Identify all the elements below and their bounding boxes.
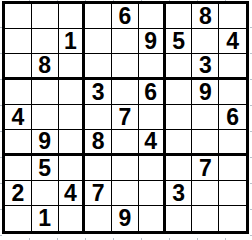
- cell-r2c7[interactable]: 5: [166, 29, 193, 54]
- cell-r9c4[interactable]: [85, 206, 112, 231]
- cell-r7c3[interactable]: [59, 156, 86, 181]
- cell-r3c5[interactable]: [112, 54, 139, 80]
- cell-r4c5[interactable]: [112, 80, 139, 105]
- cell-r4c7[interactable]: [166, 80, 193, 105]
- cell-r1c7[interactable]: [166, 4, 193, 29]
- spreadsheet-canvas: 6819548336947698457247319: [0, 0, 252, 240]
- cell-r5c6[interactable]: [139, 105, 166, 130]
- cell-r2c5[interactable]: [112, 29, 139, 54]
- cell-r9c5[interactable]: 9: [112, 206, 139, 231]
- cell-r1c6[interactable]: [139, 4, 166, 29]
- cell-r7c7[interactable]: [166, 156, 193, 181]
- cell-r9c2[interactable]: 1: [32, 206, 59, 231]
- cell-r9c1[interactable]: [5, 206, 32, 231]
- cell-r9c7[interactable]: [166, 206, 193, 231]
- cell-r8c3[interactable]: 4: [59, 181, 86, 206]
- cell-r2c2[interactable]: [32, 29, 59, 54]
- cell-r4c6[interactable]: 6: [139, 80, 166, 105]
- cell-r9c8[interactable]: [192, 206, 219, 231]
- cell-r2c4[interactable]: [85, 29, 112, 54]
- cell-r2c1[interactable]: [5, 29, 32, 54]
- cell-r4c3[interactable]: [59, 80, 86, 105]
- cell-r8c2[interactable]: [32, 181, 59, 206]
- cell-r3c6[interactable]: [139, 54, 166, 80]
- cell-r5c7[interactable]: [166, 105, 193, 130]
- sudoku-board: 6819548336947698457247319: [2, 1, 249, 234]
- cell-r1c4[interactable]: [85, 4, 112, 29]
- cell-r5c5[interactable]: 7: [112, 105, 139, 130]
- cell-r3c2[interactable]: 8: [32, 54, 59, 80]
- cell-r2c6[interactable]: 9: [139, 29, 166, 54]
- cell-r7c1[interactable]: [5, 156, 32, 181]
- cell-r9c3[interactable]: [59, 206, 86, 231]
- cell-r7c4[interactable]: [85, 156, 112, 181]
- cell-r3c8[interactable]: 3: [192, 54, 219, 80]
- cell-r1c5[interactable]: 6: [112, 4, 139, 29]
- cell-r5c3[interactable]: [59, 105, 86, 130]
- cell-r3c1[interactable]: [5, 54, 32, 80]
- cell-r9c9[interactable]: [219, 206, 246, 231]
- cell-r6c3[interactable]: [59, 130, 86, 156]
- cell-r8c6[interactable]: [139, 181, 166, 206]
- cell-r4c1[interactable]: [5, 80, 32, 105]
- cell-r4c4[interactable]: 3: [85, 80, 112, 105]
- cell-r3c9[interactable]: [219, 54, 246, 80]
- cell-r6c1[interactable]: [5, 130, 32, 156]
- cell-r7c8[interactable]: 7: [192, 156, 219, 181]
- cell-r1c9[interactable]: [219, 4, 246, 29]
- cell-r9c6[interactable]: [139, 206, 166, 231]
- cell-r1c8[interactable]: 8: [192, 4, 219, 29]
- cell-r6c2[interactable]: 9: [32, 130, 59, 156]
- cell-r8c4[interactable]: 7: [85, 181, 112, 206]
- cell-r5c2[interactable]: [32, 105, 59, 130]
- spreadsheet-gridline-ticks-right: [250, 2, 252, 238]
- cell-r2c9[interactable]: 4: [219, 29, 246, 54]
- cell-r3c4[interactable]: [85, 54, 112, 80]
- cell-r7c9[interactable]: [219, 156, 246, 181]
- cell-r4c9[interactable]: [219, 80, 246, 105]
- cell-r6c9[interactable]: [219, 130, 246, 156]
- cell-r8c9[interactable]: [219, 181, 246, 206]
- cell-r6c8[interactable]: [192, 130, 219, 156]
- cell-r6c5[interactable]: [112, 130, 139, 156]
- cell-r3c7[interactable]: [166, 54, 193, 80]
- cell-r7c5[interactable]: [112, 156, 139, 181]
- cell-r5c4[interactable]: [85, 105, 112, 130]
- cell-r8c5[interactable]: [112, 181, 139, 206]
- cell-r5c9[interactable]: 6: [219, 105, 246, 130]
- cell-r5c1[interactable]: 4: [5, 105, 32, 130]
- cell-r6c7[interactable]: [166, 130, 193, 156]
- cell-r6c6[interactable]: 4: [139, 130, 166, 156]
- cell-r5c8[interactable]: [192, 105, 219, 130]
- cell-r2c3[interactable]: 1: [59, 29, 86, 54]
- cell-r8c7[interactable]: 3: [166, 181, 193, 206]
- cell-r8c8[interactable]: [192, 181, 219, 206]
- cell-r3c3[interactable]: [59, 54, 86, 80]
- cell-r4c8[interactable]: 9: [192, 80, 219, 105]
- cell-r2c8[interactable]: [192, 29, 219, 54]
- cell-r1c2[interactable]: [32, 4, 59, 29]
- cell-r1c1[interactable]: [5, 4, 32, 29]
- cell-r7c6[interactable]: [139, 156, 166, 181]
- cell-r6c4[interactable]: 8: [85, 130, 112, 156]
- cell-r8c1[interactable]: 2: [5, 181, 32, 206]
- cell-r4c2[interactable]: [32, 80, 59, 105]
- cell-r1c3[interactable]: [59, 4, 86, 29]
- cell-r7c2[interactable]: 5: [32, 156, 59, 181]
